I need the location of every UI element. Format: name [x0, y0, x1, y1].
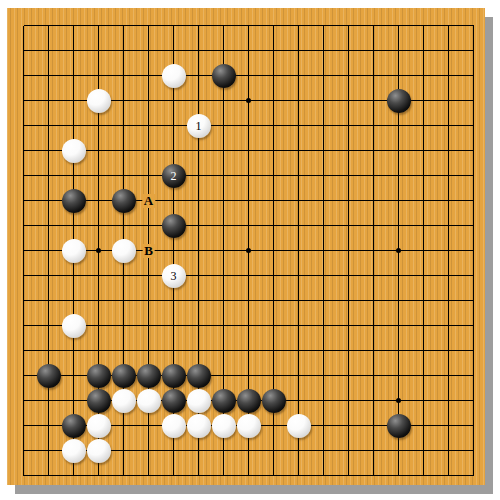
- stone-white: [287, 414, 311, 438]
- stone-black: [37, 364, 61, 388]
- star-point: [396, 398, 401, 403]
- stone-black: [187, 364, 211, 388]
- stone-black: [212, 64, 236, 88]
- stone-black: [137, 364, 161, 388]
- stone-white: 3: [162, 264, 186, 288]
- stone-white: [62, 239, 86, 263]
- stone-white: [62, 314, 86, 338]
- stone-black: [387, 89, 411, 113]
- stone-black: [262, 389, 286, 413]
- star-point: [246, 98, 251, 103]
- stone-black: [237, 389, 261, 413]
- go-board[interactable]: 123AB: [7, 8, 485, 485]
- stone-white: [62, 439, 86, 463]
- point-label-A[interactable]: A: [142, 194, 155, 208]
- stone-black: [87, 364, 111, 388]
- star-point: [246, 248, 251, 253]
- stone-black: [62, 414, 86, 438]
- stone-black: [112, 189, 136, 213]
- stone-white: [87, 439, 111, 463]
- stone-black: [112, 364, 136, 388]
- stone-white: [212, 414, 236, 438]
- stone-white: [162, 64, 186, 88]
- stone-black: [62, 189, 86, 213]
- move-number-3: 3: [171, 270, 177, 282]
- stone-black: [87, 389, 111, 413]
- stone-white: [112, 389, 136, 413]
- stone-white: [137, 389, 161, 413]
- stone-white: [62, 139, 86, 163]
- stone-white: [112, 239, 136, 263]
- stone-black: [162, 364, 186, 388]
- stone-black: [162, 389, 186, 413]
- go-diagram: 123AB: [0, 0, 500, 500]
- stone-black: 2: [162, 164, 186, 188]
- stone-white: [87, 414, 111, 438]
- point-label-B[interactable]: B: [142, 244, 155, 258]
- stone-white: [87, 89, 111, 113]
- move-number-2: 2: [171, 170, 177, 182]
- stone-white: [237, 414, 261, 438]
- stone-black: [387, 414, 411, 438]
- star-point: [96, 248, 101, 253]
- star-point: [396, 248, 401, 253]
- stone-white: [187, 389, 211, 413]
- stone-black: [162, 214, 186, 238]
- stone-white: [162, 414, 186, 438]
- stone-white: [187, 414, 211, 438]
- move-number-1: 1: [196, 120, 202, 132]
- stone-white: 1: [187, 114, 211, 138]
- stone-black: [212, 389, 236, 413]
